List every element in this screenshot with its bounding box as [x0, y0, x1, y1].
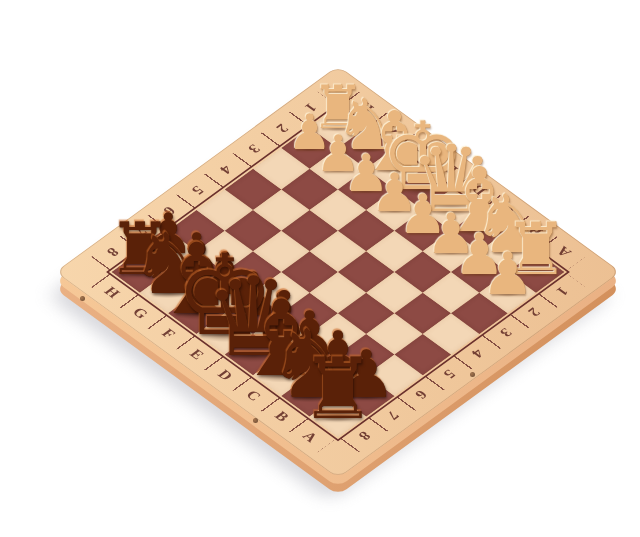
hinge-screw [80, 296, 85, 301]
chessboard: HGFEDCBAHGFEDCBA8765432187654321 [55, 66, 621, 479]
chess-set-photo: HGFEDCBAHGFEDCBA8765432187654321 ♜♟♞♟♝♟♚… [0, 0, 640, 537]
hinge-screw [253, 418, 258, 423]
hinge-screw [470, 372, 475, 377]
